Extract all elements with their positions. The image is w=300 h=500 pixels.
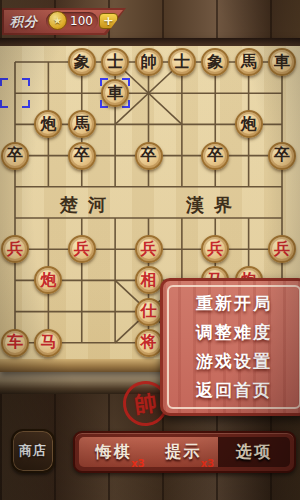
piece-black-general[interactable]: 帥 bbox=[135, 48, 163, 76]
menu-item-home[interactable]: 返回首页 bbox=[196, 379, 272, 402]
piece-red-horse[interactable]: 马 bbox=[34, 329, 62, 357]
score-banner: 积分 ★ 100 + bbox=[2, 8, 126, 35]
xiangqi-game-screen: 积分 ★ 100 + 楚河 漢界 象士帥士象馬車車炮馬炮卒卒卒卒卒兵兵兵兵兵炮相… bbox=[0, 0, 300, 500]
options-button[interactable]: 选项 bbox=[236, 442, 272, 463]
piece-red-elephant[interactable]: 相 bbox=[135, 266, 163, 294]
piece-black-horse[interactable]: 馬 bbox=[235, 48, 263, 76]
piece-red-pawn[interactable]: 兵 bbox=[268, 235, 296, 263]
undo-count-badge: x3 bbox=[131, 458, 144, 469]
action-bar-left: 悔棋x3 提示x3 bbox=[79, 437, 218, 467]
piece-red-pawn[interactable]: 兵 bbox=[135, 235, 163, 263]
hint-count-badge: x3 bbox=[201, 458, 214, 469]
action-bar-right: 选项 bbox=[218, 437, 290, 467]
piece-black-elephant[interactable]: 象 bbox=[68, 48, 96, 76]
add-coins-button[interactable]: + bbox=[99, 13, 118, 29]
river-label-right: 漢界 bbox=[186, 193, 300, 217]
game-menu-panel: 重新开局 调整难度 游戏设置 返回首页 bbox=[160, 278, 300, 416]
piece-black-pawn[interactable]: 卒 bbox=[1, 142, 29, 170]
piece-black-rook[interactable]: 車 bbox=[268, 48, 296, 76]
piece-red-pawn[interactable]: 兵 bbox=[68, 235, 96, 263]
menu-item-settings[interactable]: 游戏设置 bbox=[196, 350, 272, 373]
piece-black-pawn[interactable]: 卒 bbox=[268, 142, 296, 170]
score-label: 积分 bbox=[10, 13, 38, 31]
piece-black-advisor[interactable]: 士 bbox=[168, 48, 196, 76]
piece-red-pawn[interactable]: 兵 bbox=[1, 235, 29, 263]
menu-item-difficulty[interactable]: 调整难度 bbox=[196, 321, 272, 344]
piece-black-pawn[interactable]: 卒 bbox=[68, 142, 96, 170]
action-bar: 悔棋x3 提示x3 选项 bbox=[73, 431, 296, 473]
hint-button[interactable]: 提示x3 bbox=[165, 442, 201, 463]
menu-item-restart[interactable]: 重新开局 bbox=[196, 292, 272, 315]
piece-black-cannon[interactable]: 炮 bbox=[235, 110, 263, 138]
piece-black-pawn[interactable]: 卒 bbox=[135, 142, 163, 170]
coin-amount: 100 bbox=[70, 14, 93, 28]
piece-black-pawn[interactable]: 卒 bbox=[201, 142, 229, 170]
last-move-from-marker bbox=[0, 78, 30, 108]
coin-icon: ★ bbox=[48, 11, 67, 30]
shop-button[interactable]: 商店 bbox=[11, 429, 55, 473]
piece-red-advisor[interactable]: 仕 bbox=[135, 298, 163, 326]
piece-black-advisor[interactable]: 士 bbox=[101, 48, 129, 76]
undo-button[interactable]: 悔棋x3 bbox=[96, 442, 132, 463]
piece-red-rook[interactable]: 车 bbox=[1, 329, 29, 357]
piece-black-horse[interactable]: 馬 bbox=[68, 110, 96, 138]
piece-red-general[interactable]: 将 bbox=[135, 329, 163, 357]
